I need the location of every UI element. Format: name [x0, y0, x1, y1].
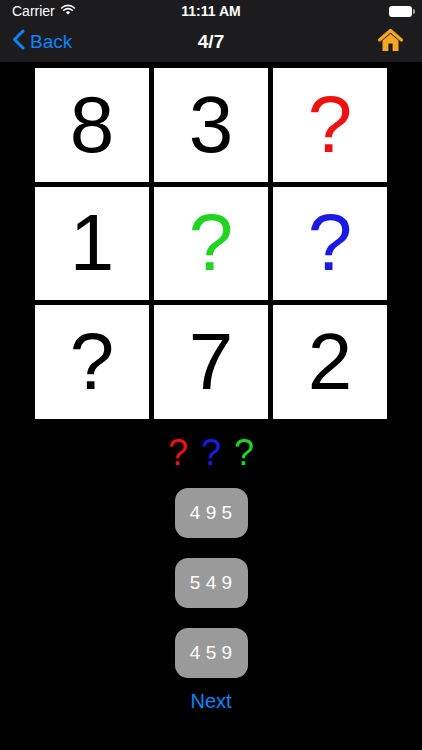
- status-time: 11:11 AM: [181, 3, 240, 19]
- app-screen: Carrier 11:11 AM: [0, 0, 422, 750]
- hint-red: ?: [168, 435, 188, 471]
- grid-cell-r0c1: 3: [153, 67, 269, 183]
- home-button[interactable]: [377, 28, 410, 57]
- answer-options: 4 9 5 5 4 9 4 5 9: [0, 488, 422, 678]
- next-button[interactable]: Next: [0, 690, 422, 713]
- answer-option-3[interactable]: 4 5 9: [175, 628, 248, 678]
- back-button[interactable]: Back: [12, 29, 72, 55]
- answer-option-2[interactable]: 5 4 9: [175, 558, 248, 608]
- grid-cell-r0c2: ?: [272, 67, 388, 183]
- grid-cell-r2c2: 2: [272, 304, 388, 420]
- chevron-left-icon: [12, 29, 25, 55]
- grid-cell-r2c0: ?: [34, 304, 150, 420]
- nav-bar: Back 4/7: [0, 22, 422, 62]
- grid-cell-r1c2: ?: [272, 186, 388, 302]
- answer-option-1[interactable]: 4 9 5: [175, 488, 248, 538]
- grid-cell-r2c1: 7: [153, 304, 269, 420]
- puzzle-grid: 8 3 ? 1 ? ? ? 7 2: [32, 65, 390, 422]
- back-label: Back: [30, 31, 72, 53]
- grid-cell-r1c1: ?: [153, 186, 269, 302]
- status-bar: Carrier 11:11 AM: [0, 0, 422, 22]
- hint-question-marks: ? ? ?: [0, 435, 422, 471]
- home-icon: [377, 28, 404, 57]
- status-left: Carrier: [6, 3, 76, 19]
- grid-cell-r1c0: 1: [34, 186, 150, 302]
- hint-blue: ?: [201, 435, 221, 471]
- hint-green: ?: [234, 435, 254, 471]
- battery-icon: [389, 6, 412, 17]
- grid-cell-r0c0: 8: [34, 67, 150, 183]
- status-right: [389, 6, 416, 17]
- page-title: 4/7: [198, 31, 224, 53]
- carrier-label: Carrier: [12, 3, 55, 19]
- wifi-icon: [60, 3, 76, 19]
- top-bar: Carrier 11:11 AM: [0, 0, 422, 62]
